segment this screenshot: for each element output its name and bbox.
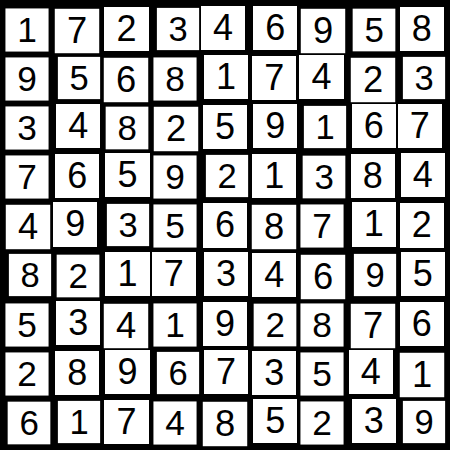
sudoku-cell-r4c4: 9 [153,156,196,199]
sudoku-board: 1723469589568174233482591677659213844935… [0,0,450,450]
sudoku-cell-r8c8: 4 [349,350,393,394]
sudoku-cell-r7c3: 4 [104,303,149,348]
sudoku-cell-r4c7: 3 [303,156,346,199]
sudoku-cell-r6c4: 7 [152,252,196,296]
sudoku-cell-r9c2: 1 [58,401,100,443]
sudoku-cell-r9c6: 5 [253,399,297,443]
sudoku-cell-r9c8: 3 [352,399,396,443]
sudoku-cell-r6c9: 5 [401,252,445,296]
sudoku-cell-r2c1: 9 [5,58,48,101]
sudoku-cell-r7c8: 7 [350,303,395,348]
sudoku-cell-r1c2: 7 [55,9,100,54]
sudoku-cell-r4c3: 5 [105,153,149,197]
sudoku-cell-r5c3: 3 [107,204,149,246]
sudoku-cell-r9c9: 9 [403,401,445,443]
sudoku-cell-r8c2: 8 [55,351,99,395]
sudoku-cell-r5c1: 4 [6,205,51,250]
sudoku-cell-r1c3: 2 [104,7,148,51]
sudoku-cell-r1c6: 6 [253,6,297,50]
sudoku-cell-r3c6: 9 [253,104,297,148]
sudoku-cell-r5c8: 1 [352,202,396,246]
sudoku-cell-r3c5: 5 [203,105,247,149]
sudoku-cell-r3c2: 4 [56,104,100,148]
sudoku-cell-r8c3: 9 [105,350,149,394]
sudoku-cell-r6c7: 6 [301,254,346,299]
sudoku-cell-r8c7: 5 [301,352,344,395]
sudoku-cell-r5c4: 5 [153,205,196,248]
sudoku-cell-r1c7: 9 [301,9,346,54]
sudoku-cell-r1c9: 8 [400,7,444,51]
sudoku-cell-r2c7: 4 [299,55,343,99]
sudoku-cell-r6c3: 1 [105,252,149,296]
sudoku-cell-r4c9: 4 [401,153,445,197]
sudoku-cell-r2c5: 1 [204,55,248,99]
sudoku-cell-r9c7: 2 [301,401,344,444]
sudoku-cell-r4c2: 6 [55,154,99,198]
sudoku-cell-r3c7: 1 [304,106,346,148]
sudoku-cell-r3c4: 2 [153,107,198,152]
sudoku-cell-r3c1: 3 [5,107,48,150]
sudoku-cell-r7c9: 6 [400,302,444,346]
sudoku-cell-r3c3: 8 [106,107,149,150]
sudoku-cell-r8c4: 6 [157,352,199,394]
sudoku-cell-r9c3: 7 [104,400,148,444]
sudoku-cell-r9c4: 4 [153,401,196,444]
sudoku-cell-r5c5: 6 [203,203,247,247]
sudoku-cell-r9c1: 6 [8,402,51,445]
sudoku-cell-r4c1: 7 [5,156,48,199]
sudoku-cell-r7c7: 8 [301,303,344,346]
sudoku-cell-r8c9: 1 [400,353,445,398]
sudoku-cell-r1c1: 1 [5,8,48,51]
sudoku-cell-r2c9: 3 [403,57,445,99]
sudoku-cell-r7c1: 5 [5,303,48,346]
sudoku-cell-r4c5: 2 [206,155,248,197]
sudoku-cell-r4c6: 1 [252,154,296,198]
sudoku-cell-r2c2: 5 [58,57,100,99]
sudoku-cell-r5c2: 9 [53,202,97,246]
sudoku-cell-r1c8: 5 [352,9,395,52]
sudoku-cell-r6c8: 9 [353,253,395,295]
sudoku-cell-r1c4: 3 [157,8,199,50]
sudoku-cell-r1c5: 4 [201,6,245,50]
sudoku-cell-r7c5: 9 [203,302,247,346]
sudoku-cell-r2c3: 6 [104,58,149,103]
sudoku-cell-r8c6: 3 [252,351,296,395]
sudoku-cell-r9c5: 8 [203,402,248,447]
sudoku-cell-r7c4: 1 [153,303,196,346]
sudoku-cell-r3c8: 6 [352,104,396,148]
sudoku-cell-r2c6: 7 [252,56,296,100]
sudoku-cell-r8c5: 7 [204,350,248,394]
sudoku-cell-r2c4: 8 [153,58,196,101]
sudoku-cell-r8c1: 2 [5,352,48,395]
sudoku-cell-r6c6: 4 [252,253,296,297]
sudoku-cell-r6c1: 8 [9,253,51,295]
sudoku-cell-r5c6: 8 [252,205,297,250]
sudoku-cell-r6c2: 2 [57,254,100,297]
sudoku-cell-r3c9: 7 [398,104,442,148]
sudoku-cell-r2c8: 2 [350,58,395,103]
sudoku-cell-r7c2: 3 [56,301,100,345]
sudoku-cell-r5c7: 7 [301,205,344,248]
sudoku-cell-r4c8: 8 [351,154,395,198]
sudoku-cell-r6c5: 3 [204,252,248,296]
sudoku-cell-r7c6: 2 [254,303,297,346]
sudoku-cell-r5c9: 2 [400,203,444,247]
